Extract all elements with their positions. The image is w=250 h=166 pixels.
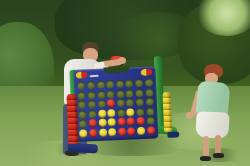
red-disc (127, 118, 135, 126)
board-face (73, 66, 158, 142)
cell-r4c5 (117, 108, 126, 117)
empty-hole (88, 110, 96, 118)
woman-leg (203, 136, 209, 158)
cell-r3c4 (107, 99, 116, 108)
cell-r6c7 (137, 126, 146, 135)
cell-r2c7 (135, 88, 144, 97)
cell-r6c8 (146, 126, 155, 135)
empty-hole (106, 90, 114, 98)
empty-hole (78, 91, 86, 99)
man-hand (118, 57, 126, 64)
empty-hole (79, 120, 87, 128)
empty-hole (145, 88, 153, 96)
red-disc (147, 126, 155, 134)
cell-r2c1 (77, 91, 86, 100)
logo-oval-right (140, 68, 152, 76)
woman-leg (215, 135, 221, 155)
brand-mark (90, 75, 99, 77)
cell-r1c1 (77, 81, 86, 90)
red-disc (107, 99, 115, 107)
empty-hole (135, 89, 143, 97)
cell-r6c6 (127, 127, 136, 136)
cell-r3c6 (126, 98, 135, 107)
red-disc (89, 119, 97, 127)
empty-hole (87, 91, 95, 99)
empty-hole (117, 99, 125, 107)
empty-hole (116, 80, 124, 88)
empty-hole (77, 82, 85, 90)
cell-r6c2 (89, 128, 98, 137)
red-disc (117, 118, 125, 126)
empty-hole (78, 110, 86, 118)
cell-r4c7 (136, 107, 145, 116)
empty-hole (125, 80, 133, 88)
empty-hole (146, 107, 154, 115)
empty-hole (116, 89, 124, 97)
cell-r5c2 (88, 119, 97, 128)
empty-hole (106, 80, 114, 88)
empty-hole (87, 81, 95, 89)
empty-hole (126, 99, 134, 107)
yellow-disc (79, 129, 87, 137)
red-disc (137, 117, 145, 125)
cell-r6c5 (117, 127, 126, 136)
cell-r1c5 (115, 80, 124, 89)
empty-hole (117, 108, 125, 116)
empty-hole (145, 79, 153, 87)
empty-hole (78, 101, 86, 109)
woman-sandal (200, 156, 211, 161)
cell-r5c6 (127, 117, 136, 126)
cell-r2c4 (106, 90, 115, 99)
cell-r4c4 (107, 109, 116, 118)
empty-hole (135, 79, 143, 87)
cell-r5c1 (79, 119, 88, 128)
red-spare-disc-stack (66, 94, 78, 144)
cell-r2c5 (116, 89, 125, 98)
yellow-disc (99, 128, 107, 136)
woman-white-skirt (195, 111, 229, 139)
cell-r5c4 (107, 118, 116, 127)
logo-red-half (81, 71, 87, 78)
cell-r6c3 (98, 128, 107, 137)
red-disc (118, 127, 126, 135)
empty-hole (136, 108, 144, 116)
logo-red-half (146, 68, 152, 75)
garden-photo-scene (0, 0, 250, 166)
cell-r3c3 (97, 100, 106, 109)
cell-r3c8 (145, 97, 154, 106)
cell-r5c3 (98, 119, 107, 128)
cell-r5c8 (146, 116, 155, 125)
top-insert-notch (103, 66, 129, 73)
empty-hole (96, 81, 104, 89)
cell-r1c6 (125, 79, 134, 88)
empty-hole (145, 98, 153, 106)
cell-r2c3 (97, 90, 106, 99)
empty-hole (126, 89, 134, 97)
woman-hand (186, 112, 193, 119)
cell-r3c1 (78, 100, 87, 109)
cell-r1c2 (87, 81, 96, 90)
yellow-disc (98, 119, 106, 127)
cell-r3c7 (135, 98, 144, 107)
cell-r1c4 (106, 80, 115, 89)
cell-r4c3 (97, 109, 106, 118)
cell-r1c8 (144, 78, 153, 87)
yellow-disc (108, 128, 116, 136)
yellow-spare-disc-stack (162, 92, 172, 132)
cell-r4c1 (78, 110, 87, 119)
cell-r3c5 (116, 99, 125, 108)
yellow-disc (127, 108, 135, 116)
cell-r2c8 (145, 88, 154, 97)
cell-r5c7 (136, 117, 145, 126)
yellow-disc (98, 109, 106, 117)
cell-r3c2 (87, 100, 96, 109)
right-base-pad (167, 131, 179, 138)
cell-r1c7 (135, 79, 144, 88)
yellow-disc (137, 127, 145, 135)
player-yellow-woman (193, 64, 243, 164)
left-base-foot (68, 143, 98, 154)
cell-r6c1 (79, 129, 88, 138)
empty-hole (136, 98, 144, 106)
cell-r4c6 (126, 108, 135, 117)
cell-r4c8 (145, 107, 154, 116)
empty-hole (97, 100, 105, 108)
cell-r2c6 (125, 89, 134, 98)
red-disc (89, 129, 97, 137)
empty-hole (88, 100, 96, 108)
woman-sandal (213, 153, 224, 158)
cell-r5c5 (117, 118, 126, 127)
cell-r1c3 (96, 81, 105, 90)
empty-hole (97, 90, 105, 98)
logo-oval-left (75, 71, 87, 79)
empty-hole (146, 117, 154, 125)
red-disc (127, 127, 135, 135)
yellow-disc (107, 109, 115, 117)
cell-r2c2 (87, 90, 96, 99)
yellow-disc (108, 118, 116, 126)
cell-r6c4 (108, 128, 117, 137)
board-grid (77, 78, 155, 137)
connect-four-board-assembly (68, 56, 168, 156)
cell-r4c2 (88, 109, 97, 118)
